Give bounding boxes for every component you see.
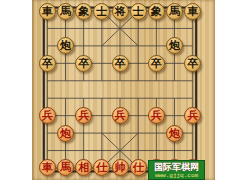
piece-red-cannon[interactable]: 炮	[166, 125, 183, 142]
piece-red-advisor[interactable]: 仕	[93, 159, 110, 176]
watermark-site-name: 国际军棋网	[154, 162, 199, 172]
piece-black-horse[interactable]: 馬	[57, 3, 74, 20]
piece-black-advisor[interactable]: 士	[130, 3, 147, 20]
piece-red-soldier[interactable]: 兵	[39, 107, 56, 124]
site-watermark: 国际军棋网 www.gjjq.com	[148, 160, 205, 180]
piece-black-elephant[interactable]: 象	[75, 3, 92, 20]
piece-red-soldier[interactable]: 兵	[75, 107, 92, 124]
piece-black-soldier[interactable]: 卒	[39, 55, 56, 72]
board-grid-lines	[0, 0, 240, 180]
piece-red-general[interactable]: 帅	[112, 159, 129, 176]
piece-red-elephant[interactable]: 相	[75, 159, 92, 176]
watermark-site-url: www.gjjq.com	[155, 172, 198, 179]
piece-black-general[interactable]: 将	[112, 3, 129, 20]
piece-red-chariot[interactable]: 車	[39, 159, 56, 176]
piece-black-soldier[interactable]: 卒	[75, 55, 92, 72]
piece-red-advisor[interactable]: 仕	[130, 159, 147, 176]
piece-red-cannon[interactable]: 炮	[57, 125, 74, 142]
piece-red-soldier[interactable]: 兵	[112, 107, 129, 124]
piece-black-cannon[interactable]: 炮	[57, 37, 74, 54]
piece-black-advisor[interactable]: 士	[93, 3, 110, 20]
piece-black-chariot[interactable]: 車	[184, 3, 201, 20]
piece-red-soldier[interactable]: 兵	[148, 107, 165, 124]
piece-black-chariot[interactable]: 車	[39, 3, 56, 20]
piece-red-soldier[interactable]: 兵	[184, 107, 201, 124]
piece-black-soldier[interactable]: 卒	[184, 55, 201, 72]
piece-black-elephant[interactable]: 象	[148, 3, 165, 20]
piece-red-horse[interactable]: 馬	[57, 159, 74, 176]
piece-black-soldier[interactable]: 卒	[148, 55, 165, 72]
xiangqi-screenshot: 車馬象士将士象馬車炮炮卒卒卒卒卒兵兵兵兵兵炮炮車馬相仕帅仕相馬車 国际军棋网 w…	[0, 0, 240, 180]
piece-black-horse[interactable]: 馬	[166, 3, 183, 20]
piece-black-cannon[interactable]: 炮	[166, 37, 183, 54]
xiangqi-board[interactable]: 車馬象士将士象馬車炮炮卒卒卒卒卒兵兵兵兵兵炮炮車馬相仕帅仕相馬車	[32, 0, 215, 180]
piece-black-soldier[interactable]: 卒	[112, 55, 129, 72]
